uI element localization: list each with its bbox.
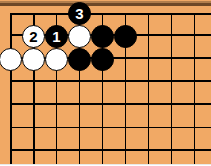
stone-black	[68, 48, 91, 71]
image-bottom-edge-strip	[0, 164, 211, 166]
stone-white-move-2: 2	[22, 25, 45, 48]
stone-black	[91, 48, 114, 71]
stone-move-number: 1	[52, 29, 60, 44]
stone-white	[22, 48, 45, 71]
stones-grid: 321	[0, 2, 206, 163]
stone-black	[114, 25, 137, 48]
stone-white	[0, 48, 22, 71]
stone-white	[45, 48, 68, 71]
stone-black-move-1: 1	[45, 25, 68, 48]
stone-move-number: 2	[29, 29, 37, 44]
stone-white	[68, 25, 91, 48]
stone-black-move-3: 3	[68, 2, 91, 25]
go-board: 321	[0, 0, 211, 165]
stone-move-number: 3	[75, 6, 83, 21]
stone-black	[91, 25, 114, 48]
